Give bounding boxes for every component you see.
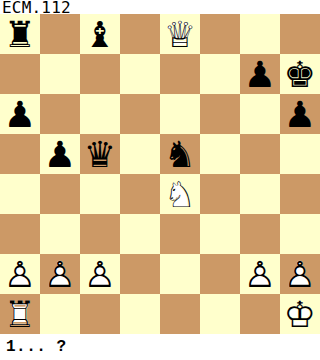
piece-outline: ♙	[40, 254, 80, 294]
square-f3[interactable]	[200, 214, 240, 254]
square-d2[interactable]	[120, 254, 160, 294]
black-pawn[interactable]: ♟	[280, 94, 320, 134]
black-rook[interactable]: ♜	[0, 14, 40, 54]
square-h5[interactable]	[280, 134, 320, 174]
piece-outline: ♘	[160, 174, 200, 214]
square-c5[interactable]: ♛	[80, 134, 120, 174]
square-c2[interactable]: ♟♙	[80, 254, 120, 294]
white-knight[interactable]: ♞♘	[160, 174, 200, 214]
square-e4[interactable]: ♞♘	[160, 174, 200, 214]
square-b5[interactable]: ♟	[40, 134, 80, 174]
square-a3[interactable]	[0, 214, 40, 254]
square-d8[interactable]	[120, 14, 160, 54]
caption-bar: 1... ?	[0, 334, 320, 360]
chess-app-window: ECM.112 ♜♝♛♕♟♚♟♟♟♛♞♞♘♟♙♟♙♟♙♟♙♟♙♜♖♚♔ 1...…	[0, 0, 320, 360]
square-a7[interactable]	[0, 54, 40, 94]
square-d4[interactable]	[120, 174, 160, 214]
black-knight[interactable]: ♞	[160, 134, 200, 174]
piece-outline: ♙	[240, 254, 280, 294]
white-pawn[interactable]: ♟♙	[40, 254, 80, 294]
square-f7[interactable]	[200, 54, 240, 94]
square-g7[interactable]: ♟	[240, 54, 280, 94]
square-d5[interactable]	[120, 134, 160, 174]
white-pawn[interactable]: ♟♙	[240, 254, 280, 294]
square-g1[interactable]	[240, 294, 280, 334]
piece-outline: ♙	[280, 254, 320, 294]
white-king[interactable]: ♚♔	[280, 294, 320, 334]
black-queen[interactable]: ♛	[80, 134, 120, 174]
square-c6[interactable]	[80, 94, 120, 134]
piece-outline: ♕	[160, 14, 200, 54]
square-f5[interactable]	[200, 134, 240, 174]
square-b3[interactable]	[40, 214, 80, 254]
square-b6[interactable]	[40, 94, 80, 134]
square-d7[interactable]	[120, 54, 160, 94]
square-h1[interactable]: ♚♔	[280, 294, 320, 334]
square-e3[interactable]	[160, 214, 200, 254]
square-b1[interactable]	[40, 294, 80, 334]
piece-outline: ♙	[0, 254, 40, 294]
square-g4[interactable]	[240, 174, 280, 214]
square-b2[interactable]: ♟♙	[40, 254, 80, 294]
square-f8[interactable]	[200, 14, 240, 54]
square-g6[interactable]	[240, 94, 280, 134]
square-e6[interactable]	[160, 94, 200, 134]
square-f6[interactable]	[200, 94, 240, 134]
square-h6[interactable]: ♟	[280, 94, 320, 134]
white-pawn[interactable]: ♟♙	[0, 254, 40, 294]
square-e5[interactable]: ♞	[160, 134, 200, 174]
square-h3[interactable]	[280, 214, 320, 254]
black-pawn[interactable]: ♟	[0, 94, 40, 134]
square-c4[interactable]	[80, 174, 120, 214]
square-c1[interactable]	[80, 294, 120, 334]
square-h7[interactable]: ♚	[280, 54, 320, 94]
square-c7[interactable]	[80, 54, 120, 94]
chess-board: ♜♝♛♕♟♚♟♟♟♛♞♞♘♟♙♟♙♟♙♟♙♟♙♜♖♚♔	[0, 14, 320, 334]
square-d6[interactable]	[120, 94, 160, 134]
square-g5[interactable]	[240, 134, 280, 174]
move-prompt: 1... ?	[6, 338, 67, 356]
square-f1[interactable]	[200, 294, 240, 334]
square-e2[interactable]	[160, 254, 200, 294]
square-a1[interactable]: ♜♖	[0, 294, 40, 334]
square-e8[interactable]: ♛♕	[160, 14, 200, 54]
square-f4[interactable]	[200, 174, 240, 214]
black-pawn[interactable]: ♟	[240, 54, 280, 94]
square-e7[interactable]	[160, 54, 200, 94]
square-a5[interactable]	[0, 134, 40, 174]
square-g8[interactable]	[240, 14, 280, 54]
white-pawn[interactable]: ♟♙	[280, 254, 320, 294]
square-f2[interactable]	[200, 254, 240, 294]
square-c3[interactable]	[80, 214, 120, 254]
piece-outline: ♔	[280, 294, 320, 334]
square-h2[interactable]: ♟♙	[280, 254, 320, 294]
black-king[interactable]: ♚	[280, 54, 320, 94]
page-title: ECM.112	[0, 0, 320, 14]
square-b7[interactable]	[40, 54, 80, 94]
square-h4[interactable]	[280, 174, 320, 214]
square-a4[interactable]	[0, 174, 40, 214]
piece-outline: ♖	[0, 294, 40, 334]
square-g3[interactable]	[240, 214, 280, 254]
piece-outline: ♙	[80, 254, 120, 294]
black-bishop[interactable]: ♝	[80, 14, 120, 54]
square-d3[interactable]	[120, 214, 160, 254]
white-pawn[interactable]: ♟♙	[80, 254, 120, 294]
square-b8[interactable]	[40, 14, 80, 54]
white-rook[interactable]: ♜♖	[0, 294, 40, 334]
white-queen[interactable]: ♛♕	[160, 14, 200, 54]
square-e1[interactable]	[160, 294, 200, 334]
square-a8[interactable]: ♜	[0, 14, 40, 54]
square-h8[interactable]	[280, 14, 320, 54]
square-a2[interactable]: ♟♙	[0, 254, 40, 294]
square-a6[interactable]: ♟	[0, 94, 40, 134]
square-c8[interactable]: ♝	[80, 14, 120, 54]
square-d1[interactable]	[120, 294, 160, 334]
square-b4[interactable]	[40, 174, 80, 214]
black-pawn[interactable]: ♟	[40, 134, 80, 174]
square-g2[interactable]: ♟♙	[240, 254, 280, 294]
